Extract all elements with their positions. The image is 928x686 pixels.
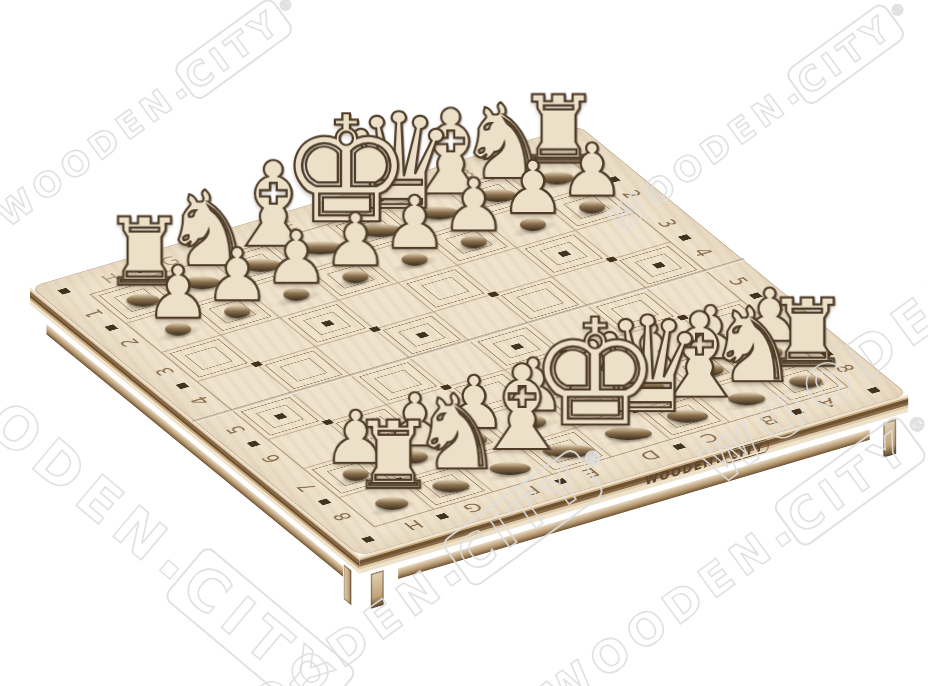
watermark-dot-icon — [774, 530, 791, 547]
registered-mark: ® — [333, 681, 377, 686]
rook-icon: ♜ — [351, 409, 431, 503]
registered-mark: ® — [275, 0, 301, 16]
board-leg — [371, 570, 384, 609]
product-photo: 11HH22GG33FF44EE55DD66CC77BB88AA WOODENC… — [0, 0, 928, 686]
board-leg — [884, 419, 897, 458]
board-leg — [344, 564, 352, 605]
watermark-city: CITY — [171, 0, 296, 103]
piece-white-pawn-h2: ♟ — [138, 257, 218, 333]
watermark-city: CITY — [783, 1, 908, 108]
watermark-dot-icon — [787, 92, 800, 105]
brand-logo-dot-icon — [717, 456, 722, 463]
watermark-dot-icon — [175, 87, 188, 100]
registered-mark: ® — [887, 0, 913, 21]
watermark-dot-icon — [158, 558, 180, 580]
pawn-icon: ♟ — [138, 257, 218, 330]
piece-black-rook-h8: ♜ — [351, 409, 431, 507]
chess-board: 11HH22GG33FF44EE55DD66CC77BB88AA WOODENC… — [30, 125, 908, 556]
